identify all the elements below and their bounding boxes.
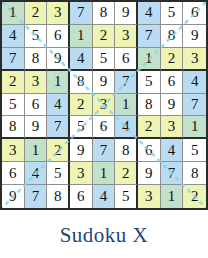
cell-r3c2: 8 (25, 48, 48, 71)
cell-r9c8: 1 (161, 185, 184, 208)
cell-r5c9: 7 (183, 94, 206, 117)
cell-r7c5: 7 (93, 139, 116, 162)
cell-r8c9: 8 (183, 162, 206, 185)
cell-r9c2: 7 (25, 185, 48, 208)
cell-r6c3: 7 (47, 116, 70, 139)
cell-r2c3: 6 (47, 25, 70, 48)
cell-r4c7: 5 (138, 71, 161, 94)
cell-r2c2: 5 (25, 25, 48, 48)
cell-r3c8: 2 (161, 48, 184, 71)
cell-r5c7: 8 (138, 94, 161, 117)
cell-r3c1: 7 (2, 48, 25, 71)
cell-r4c9: 4 (183, 71, 206, 94)
cell-r4c6: 7 (115, 71, 138, 94)
cell-r9c3: 8 (47, 185, 70, 208)
cell-r6c9: 1 (183, 116, 206, 139)
cell-r3c4: 4 (70, 48, 93, 71)
cell-r6c7: 2 (138, 116, 161, 139)
cell-r8c3: 5 (47, 162, 70, 185)
cell-r9c9: 2 (183, 185, 206, 208)
cell-r4c1: 2 (2, 71, 25, 94)
cell-r1c4: 7 (70, 2, 93, 25)
cell-r1c1: 1 (2, 2, 25, 25)
cell-r5c3: 4 (47, 94, 70, 117)
cell-r1c8: 5 (161, 2, 184, 25)
cell-r5c8: 9 (161, 94, 184, 117)
cell-r4c4: 8 (70, 71, 93, 94)
cell-r7c4: 9 (70, 139, 93, 162)
cell-r9c6: 5 (115, 185, 138, 208)
sudoku-board: 1237894564561237897894561232318975645642… (0, 0, 208, 210)
cell-r7c8: 4 (161, 139, 184, 162)
cell-r6c1: 8 (2, 116, 25, 139)
cell-r4c3: 1 (47, 71, 70, 94)
cell-r7c7: 6 (138, 139, 161, 162)
cell-r5c2: 6 (25, 94, 48, 117)
cell-r5c4: 2 (70, 94, 93, 117)
cell-r6c8: 3 (161, 116, 184, 139)
cell-r6c6: 4 (115, 116, 138, 139)
cell-r7c9: 5 (183, 139, 206, 162)
cell-r1c2: 2 (25, 2, 48, 25)
cell-r7c3: 2 (47, 139, 70, 162)
cell-r2c8: 8 (161, 25, 184, 48)
cell-r2c1: 4 (2, 25, 25, 48)
cell-r6c4: 5 (70, 116, 93, 139)
cell-r4c8: 6 (161, 71, 184, 94)
cell-r3c3: 9 (47, 48, 70, 71)
cell-r1c6: 9 (115, 2, 138, 25)
cell-r5c6: 1 (115, 94, 138, 117)
cell-r2c5: 2 (93, 25, 116, 48)
cell-r4c2: 3 (25, 71, 48, 94)
cell-r6c2: 9 (25, 116, 48, 139)
cell-r5c5: 3 (93, 94, 116, 117)
cell-r7c6: 8 (115, 139, 138, 162)
cell-r5c1: 5 (2, 94, 25, 117)
cell-r6c5: 6 (93, 116, 116, 139)
cell-r2c9: 9 (183, 25, 206, 48)
cell-r1c7: 4 (138, 2, 161, 25)
puzzle-caption: Sudoku X (0, 223, 208, 248)
cell-r3c7: 1 (138, 48, 161, 71)
cell-r8c1: 6 (2, 162, 25, 185)
cell-r1c5: 8 (93, 2, 116, 25)
cell-r3c5: 5 (93, 48, 116, 71)
cell-r8c5: 1 (93, 162, 116, 185)
cell-r2c4: 1 (70, 25, 93, 48)
cell-r3c9: 3 (183, 48, 206, 71)
cell-r8c7: 9 (138, 162, 161, 185)
cell-r4c5: 9 (93, 71, 116, 94)
cell-r7c2: 1 (25, 139, 48, 162)
cell-r2c6: 3 (115, 25, 138, 48)
cell-r8c6: 2 (115, 162, 138, 185)
cell-r9c5: 4 (93, 185, 116, 208)
cell-r9c1: 9 (2, 185, 25, 208)
cell-r9c4: 6 (70, 185, 93, 208)
cell-r2c7: 7 (138, 25, 161, 48)
cell-r9c7: 3 (138, 185, 161, 208)
cell-r1c3: 3 (47, 2, 70, 25)
cell-r3c6: 6 (115, 48, 138, 71)
cell-r8c8: 7 (161, 162, 184, 185)
cell-r8c4: 3 (70, 162, 93, 185)
sudoku-grid: 1237894564561237897894561232318975645642… (2, 2, 206, 208)
cell-r7c1: 3 (2, 139, 25, 162)
cell-r1c9: 6 (183, 2, 206, 25)
cell-r8c2: 4 (25, 162, 48, 185)
